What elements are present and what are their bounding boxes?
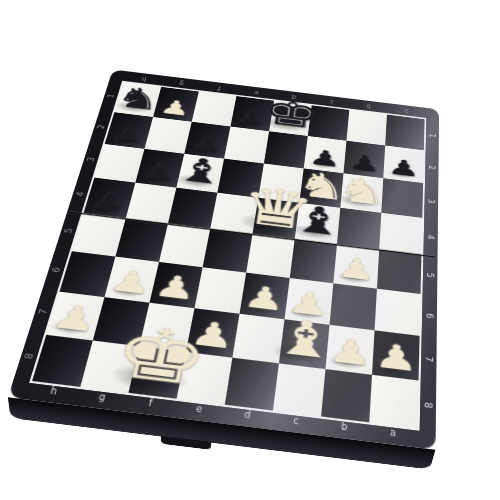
piece-shadow — [374, 359, 412, 376]
square-b1 — [346, 110, 386, 146]
king-glyph: ♚ — [259, 91, 323, 135]
black-knight-h1: ♞ — [114, 82, 161, 117]
white-bishop-c7: ♝ — [279, 319, 330, 369]
product-photo: ♞♟♟♚♟♟♟♟♟♟♝♞♞♟♛♝♟♟♟♟♟♟♟♝♟♟♚ hhggffeeddcc… — [0, 0, 500, 500]
bishop-glyph: ♝ — [173, 152, 229, 190]
pawn-glyph: ♟ — [242, 281, 288, 316]
square-g8 — [80, 341, 139, 393]
white-pawn-c6: ♟ — [285, 278, 334, 325]
pawn-glyph: ♟ — [387, 155, 419, 180]
white-pawn-d6: ♟ — [240, 273, 290, 320]
knight-glyph: ♞ — [112, 60, 163, 115]
square-e8 — [177, 352, 233, 405]
square-c7 — [279, 319, 330, 369]
square-e6 — [195, 267, 247, 313]
black-pawn-a2: ♟ — [383, 145, 424, 183]
square-d8 — [225, 358, 279, 411]
square-e2 — [224, 126, 269, 163]
piece-shadow — [336, 271, 369, 285]
square-a8 — [369, 375, 418, 428]
square-e5 — [203, 229, 253, 273]
clasp-tab — [161, 436, 211, 450]
pawn-glyph: ♟ — [152, 270, 200, 305]
square-c6 — [285, 278, 334, 325]
piece-shadow — [271, 341, 327, 366]
square-g7 — [93, 297, 150, 346]
square-a1 — [385, 115, 424, 151]
square-f8 — [128, 346, 185, 398]
piece-shadow — [242, 300, 278, 316]
square-c8 — [273, 363, 326, 416]
pawn-glyph: ♟ — [287, 286, 332, 321]
white-pawn-e7: ♟ — [186, 308, 240, 357]
white-pawn-a7: ♟ — [372, 330, 420, 380]
black-pawn-h2: ♟ — [105, 112, 153, 149]
square-g6 — [104, 257, 159, 303]
white-pawn-g6: ♟ — [104, 257, 159, 303]
square-a4 — [379, 213, 422, 255]
square-d7 — [232, 314, 284, 364]
black-bishop-f3: ♝ — [176, 154, 224, 193]
square-f5 — [159, 224, 210, 268]
piece-shadow — [327, 353, 365, 370]
board-perspective-wrapper: ♞♟♟♚♟♟♟♟♟♟♝♞♞♟♛♝♟♟♟♟♟♟♟♝♟♟♚ hhggffeeddcc… — [28, 0, 474, 500]
square-b8 — [321, 369, 372, 422]
bishop-glyph: ♝ — [270, 311, 339, 367]
piece-shadow — [107, 360, 192, 397]
square-g5 — [115, 218, 168, 261]
pawn-glyph: ♟ — [109, 122, 146, 146]
chess-board: ♞♟♟♚♟♟♟♟♟♟♝♞♞♟♛♝♟♟♟♟♟♟♟♝♟♟♚ hhggffeeddcc… — [8, 70, 439, 450]
queen-glyph: ♛ — [236, 178, 318, 238]
king-glyph: ♚ — [106, 315, 214, 398]
square-f7 — [139, 303, 194, 352]
piece-shadow — [287, 305, 323, 321]
square-d6 — [240, 273, 290, 320]
square-f6 — [149, 262, 202, 308]
black-king-d1: ♚ — [269, 101, 312, 136]
board-rotation-wrapper: ♞♟♟♚♟♟♟♟♟♟♝♞♞♟♛♝♟♟♟♟♟♟♟♝♟♟♚ hhggffeeddcc… — [28, 0, 474, 500]
pawn-glyph: ♟ — [107, 265, 156, 300]
pawn-glyph: ♟ — [158, 97, 192, 119]
white-pawn-b5: ♟ — [333, 244, 379, 288]
white-pawn-b7: ♟ — [325, 325, 374, 375]
pawn-glyph: ♟ — [87, 187, 130, 216]
square-d5 — [246, 234, 295, 278]
square-a7 — [372, 330, 420, 380]
pawn-glyph: ♟ — [139, 158, 178, 184]
pawn-glyph: ♟ — [187, 316, 237, 355]
board-grid: ♞♟♟♚♟♟♟♟♟♟♝♞♞♟♛♝♟♟♟♟♟♟♟♝♟♟♚ — [32, 82, 424, 428]
white-knight-b3: ♞ — [340, 173, 383, 213]
pawn-glyph: ♟ — [336, 253, 377, 285]
piece-shadow — [108, 283, 146, 298]
square-b6 — [330, 283, 377, 330]
white-king-f8: ♚ — [128, 346, 185, 398]
square-c5 — [290, 239, 337, 283]
piece-shadow — [188, 337, 227, 354]
square-e7 — [186, 308, 240, 357]
square-f1 — [192, 91, 237, 126]
pawn-glyph: ♟ — [327, 332, 374, 371]
square-b7 — [325, 325, 374, 375]
piece-shadow — [152, 289, 189, 304]
piece-shadow — [49, 320, 90, 337]
white-pawn-f6: ♟ — [149, 262, 202, 308]
